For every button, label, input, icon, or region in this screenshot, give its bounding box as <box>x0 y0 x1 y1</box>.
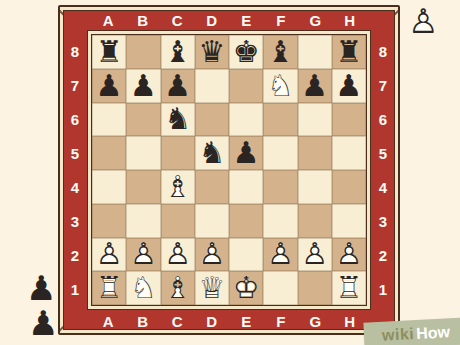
square-g6[interactable] <box>298 103 332 137</box>
square-g8[interactable] <box>298 35 332 69</box>
file-label-f: F <box>264 312 299 330</box>
square-b1[interactable]: ♞♘ <box>126 271 160 305</box>
board-inner-bevel: ♜♝♛♚♝♜♟♟♟♞♘♟♟♞♞♟♝♗♟♙♟♙♟♙♟♙♟♙♟♙♟♙♜♖♞♘♝♗♛♕… <box>87 30 371 310</box>
square-g3[interactable] <box>298 204 332 238</box>
decorative-black-pawn-2: ♟ <box>28 306 58 340</box>
rank-label-1: 1 <box>372 272 394 306</box>
square-c2[interactable]: ♟♙ <box>161 238 195 272</box>
chess-board: ABCDEFGH ABCDEFGH 87654321 87654321 ♜♝♛♚… <box>58 5 400 335</box>
square-c6[interactable]: ♞ <box>161 103 195 137</box>
white-knight: ♞♘ <box>130 273 157 303</box>
black-pawn: ♟ <box>96 71 123 101</box>
square-f2[interactable]: ♟♙ <box>263 238 297 272</box>
square-h5[interactable] <box>332 136 366 170</box>
file-labels-bottom: ABCDEFGH <box>91 312 367 330</box>
white-pawn: ♟♙ <box>96 239 123 269</box>
square-f5[interactable] <box>263 136 297 170</box>
square-b4[interactable] <box>126 170 160 204</box>
white-bishop: ♝♗ <box>164 172 191 202</box>
black-knight: ♞ <box>198 138 225 168</box>
square-e2[interactable] <box>229 238 263 272</box>
square-b6[interactable] <box>126 103 160 137</box>
decorative-white-pawn: ♟ ♙ <box>408 4 438 38</box>
rank-label-4: 4 <box>64 170 86 204</box>
white-knight: ♞♘ <box>267 71 294 101</box>
white-pawn: ♟♙ <box>301 239 328 269</box>
decorative-black-pawn-1: ♟ <box>26 271 56 305</box>
square-c4[interactable]: ♝♗ <box>161 170 195 204</box>
square-a1[interactable]: ♜♖ <box>92 271 126 305</box>
chess-illustration: ABCDEFGH ABCDEFGH 87654321 87654321 ♜♝♛♚… <box>0 0 460 345</box>
square-g1[interactable] <box>298 271 332 305</box>
square-b7[interactable]: ♟ <box>126 69 160 103</box>
square-c3[interactable] <box>161 204 195 238</box>
square-g4[interactable] <box>298 170 332 204</box>
square-b2[interactable]: ♟♙ <box>126 238 160 272</box>
square-a6[interactable] <box>92 103 126 137</box>
file-label-c: C <box>160 312 195 330</box>
file-label-e: E <box>229 312 264 330</box>
rank-label-5: 5 <box>64 136 86 170</box>
black-knight: ♞ <box>164 104 191 134</box>
square-c5[interactable] <box>161 136 195 170</box>
rank-label-8: 8 <box>372 34 394 68</box>
square-f3[interactable] <box>263 204 297 238</box>
rank-labels-left: 87654321 <box>64 34 86 306</box>
square-d8[interactable]: ♛ <box>195 35 229 69</box>
white-rook: ♜♖ <box>335 273 362 303</box>
square-f1[interactable] <box>263 271 297 305</box>
black-pawn: ♟ <box>335 71 362 101</box>
rank-label-2: 2 <box>372 238 394 272</box>
square-e6[interactable] <box>229 103 263 137</box>
square-e7[interactable] <box>229 69 263 103</box>
rank-label-8: 8 <box>64 34 86 68</box>
square-h6[interactable] <box>332 103 366 137</box>
square-b3[interactable] <box>126 204 160 238</box>
square-h7[interactable]: ♟ <box>332 69 366 103</box>
square-a3[interactable] <box>92 204 126 238</box>
square-c7[interactable]: ♟ <box>161 69 195 103</box>
square-h4[interactable] <box>332 170 366 204</box>
rank-label-6: 6 <box>64 102 86 136</box>
white-pawn: ♟♙ <box>164 239 191 269</box>
black-bishop: ♝ <box>267 37 294 67</box>
square-d1[interactable]: ♛♕ <box>195 271 229 305</box>
rank-label-4: 4 <box>372 170 394 204</box>
rank-label-7: 7 <box>64 68 86 102</box>
square-e4[interactable] <box>229 170 263 204</box>
rank-label-7: 7 <box>372 68 394 102</box>
square-h3[interactable] <box>332 204 366 238</box>
file-label-a: A <box>91 11 126 29</box>
square-f8[interactable]: ♝ <box>263 35 297 69</box>
square-d2[interactable]: ♟♙ <box>195 238 229 272</box>
white-king: ♚♔ <box>233 273 260 303</box>
square-e5[interactable]: ♟ <box>229 136 263 170</box>
file-label-g: G <box>298 11 333 29</box>
file-label-e: E <box>229 11 264 29</box>
file-label-c: C <box>160 11 195 29</box>
black-pawn: ♟ <box>130 71 157 101</box>
square-c1[interactable]: ♝♗ <box>161 271 195 305</box>
rank-label-5: 5 <box>372 136 394 170</box>
black-queen: ♛ <box>198 37 225 67</box>
black-pawn: ♟ <box>233 138 260 168</box>
white-pawn: ♟♙ <box>335 239 362 269</box>
square-e8[interactable]: ♚ <box>229 35 263 69</box>
black-rook: ♜ <box>96 37 123 67</box>
square-f6[interactable] <box>263 103 297 137</box>
file-label-h: H <box>333 11 368 29</box>
file-label-g: G <box>298 312 333 330</box>
black-pawn: ♟ <box>301 71 328 101</box>
square-h8[interactable]: ♜ <box>332 35 366 69</box>
square-d4[interactable] <box>195 170 229 204</box>
watermark-wiki-text: wiki <box>382 325 415 345</box>
file-label-a: A <box>91 312 126 330</box>
square-a8[interactable]: ♜ <box>92 35 126 69</box>
rank-label-3: 3 <box>372 204 394 238</box>
file-label-f: F <box>264 11 299 29</box>
square-c8[interactable]: ♝ <box>161 35 195 69</box>
square-g5[interactable] <box>298 136 332 170</box>
square-e3[interactable] <box>229 204 263 238</box>
square-a7[interactable]: ♟ <box>92 69 126 103</box>
white-pawn: ♟♙ <box>130 239 157 269</box>
square-b8[interactable] <box>126 35 160 69</box>
square-f7[interactable]: ♞♘ <box>263 69 297 103</box>
file-label-b: B <box>126 11 161 29</box>
square-a5[interactable] <box>92 136 126 170</box>
square-f4[interactable] <box>263 170 297 204</box>
white-pawn-outline: ♙ <box>408 4 438 38</box>
black-king: ♚ <box>233 37 260 67</box>
square-h1[interactable]: ♜♖ <box>332 271 366 305</box>
square-g2[interactable]: ♟♙ <box>298 238 332 272</box>
square-d7[interactable] <box>195 69 229 103</box>
square-d5[interactable]: ♞ <box>195 136 229 170</box>
file-label-h: H <box>333 312 368 330</box>
board-squares: ♜♝♛♚♝♜♟♟♟♞♘♟♟♞♞♟♝♗♟♙♟♙♟♙♟♙♟♙♟♙♟♙♜♖♞♘♝♗♛♕… <box>92 35 366 305</box>
rank-label-1: 1 <box>64 272 86 306</box>
rank-label-2: 2 <box>64 238 86 272</box>
wikihow-watermark: wiki How <box>363 317 460 345</box>
square-b5[interactable] <box>126 136 160 170</box>
square-d6[interactable] <box>195 103 229 137</box>
file-labels-top: ABCDEFGH <box>91 11 367 29</box>
square-e1[interactable]: ♚♔ <box>229 271 263 305</box>
square-a2[interactable]: ♟♙ <box>92 238 126 272</box>
file-label-d: D <box>195 11 230 29</box>
square-a4[interactable] <box>92 170 126 204</box>
black-rook: ♜ <box>335 37 362 67</box>
white-queen: ♛♕ <box>198 273 225 303</box>
rank-labels-right: 87654321 <box>372 34 394 306</box>
white-rook: ♜♖ <box>96 273 123 303</box>
white-pawn: ♟♙ <box>198 239 225 269</box>
square-g7[interactable]: ♟ <box>298 69 332 103</box>
file-label-b: B <box>126 312 161 330</box>
watermark-how-text: How <box>416 323 451 343</box>
rank-label-3: 3 <box>64 204 86 238</box>
black-pawn: ♟ <box>164 71 191 101</box>
white-bishop: ♝♗ <box>164 273 191 303</box>
file-label-d: D <box>195 312 230 330</box>
square-h2[interactable]: ♟♙ <box>332 238 366 272</box>
rank-label-6: 6 <box>372 102 394 136</box>
white-pawn: ♟♙ <box>267 239 294 269</box>
black-bishop: ♝ <box>164 37 191 67</box>
square-d3[interactable] <box>195 204 229 238</box>
